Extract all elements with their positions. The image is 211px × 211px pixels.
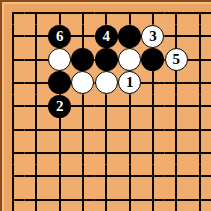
intersection [48, 188, 71, 211]
white-stone [95, 71, 118, 94]
intersection [141, 12, 164, 25]
intersection [48, 12, 71, 25]
intersection: 3 [141, 25, 164, 48]
intersection [48, 118, 71, 141]
intersection [25, 141, 48, 164]
intersection [25, 48, 48, 71]
black-stone [118, 25, 141, 48]
go-board: 643512 [0, 0, 211, 211]
black-stone [71, 48, 94, 71]
intersection [71, 141, 94, 164]
intersection [12, 95, 25, 118]
intersection [165, 141, 188, 164]
intersection [165, 95, 188, 118]
board-playing-area: 643512 [12, 12, 211, 211]
intersection [12, 71, 25, 94]
black-stone [95, 48, 118, 71]
intersection [95, 118, 118, 141]
intersection [141, 188, 164, 211]
intersection [71, 71, 94, 94]
intersection [12, 25, 25, 48]
intersection [95, 95, 118, 118]
intersection: 5 [165, 48, 188, 71]
intersection [25, 25, 48, 48]
intersection [25, 188, 48, 211]
intersection [48, 141, 71, 164]
intersection [25, 12, 48, 25]
black-stone [48, 71, 71, 94]
intersection [118, 118, 141, 141]
intersection [48, 71, 71, 94]
intersection [118, 48, 141, 71]
intersection [118, 141, 141, 164]
intersection [118, 95, 141, 118]
white-stone [48, 48, 71, 71]
intersection [95, 165, 118, 188]
white-stone-move-3: 3 [141, 25, 164, 48]
black-stone-move-2: 2 [48, 95, 71, 118]
intersection [188, 25, 211, 48]
intersection [48, 48, 71, 71]
intersection [71, 25, 94, 48]
intersection [118, 25, 141, 48]
intersection [165, 25, 188, 48]
intersection [71, 165, 94, 188]
board-grid: 643512 [12, 12, 211, 211]
intersection [71, 12, 94, 25]
move-number: 2 [56, 98, 64, 113]
white-stone-move-5: 5 [165, 48, 188, 71]
white-stone-move-1: 1 [118, 71, 141, 94]
intersection [141, 48, 164, 71]
white-stone [71, 71, 94, 94]
move-number: 5 [173, 52, 181, 67]
intersection [12, 118, 25, 141]
intersection [188, 95, 211, 118]
intersection [95, 48, 118, 71]
intersection [188, 48, 211, 71]
intersection [71, 48, 94, 71]
black-stone-move-6: 6 [48, 25, 71, 48]
intersection [165, 71, 188, 94]
intersection [141, 95, 164, 118]
intersection [71, 95, 94, 118]
intersection [71, 118, 94, 141]
intersection [188, 71, 211, 94]
black-stone [141, 48, 164, 71]
intersection [141, 165, 164, 188]
intersection: 1 [118, 71, 141, 94]
intersection [25, 165, 48, 188]
intersection [141, 141, 164, 164]
intersection [188, 118, 211, 141]
intersection [165, 118, 188, 141]
black-stone-move-4: 4 [95, 25, 118, 48]
intersection [95, 188, 118, 211]
intersection [188, 165, 211, 188]
intersection [188, 12, 211, 25]
intersection: 4 [95, 25, 118, 48]
intersection [141, 118, 164, 141]
intersection [95, 12, 118, 25]
move-number: 3 [149, 28, 157, 43]
move-number: 1 [126, 75, 134, 90]
intersection [188, 188, 211, 211]
intersection [165, 165, 188, 188]
intersection [118, 188, 141, 211]
move-number: 4 [103, 28, 111, 43]
intersection [12, 165, 25, 188]
intersection [12, 12, 25, 25]
intersection [95, 141, 118, 164]
intersection [12, 188, 25, 211]
intersection [25, 71, 48, 94]
intersection [165, 188, 188, 211]
move-number: 6 [56, 28, 64, 43]
intersection [118, 165, 141, 188]
intersection [12, 141, 25, 164]
intersection: 2 [48, 95, 71, 118]
intersection [25, 118, 48, 141]
intersection [188, 141, 211, 164]
intersection [95, 71, 118, 94]
intersection [141, 71, 164, 94]
white-stone [118, 48, 141, 71]
intersection [12, 48, 25, 71]
intersection [48, 165, 71, 188]
intersection [71, 188, 94, 211]
intersection [118, 12, 141, 25]
intersection [25, 95, 48, 118]
intersection [165, 12, 188, 25]
intersection: 6 [48, 25, 71, 48]
